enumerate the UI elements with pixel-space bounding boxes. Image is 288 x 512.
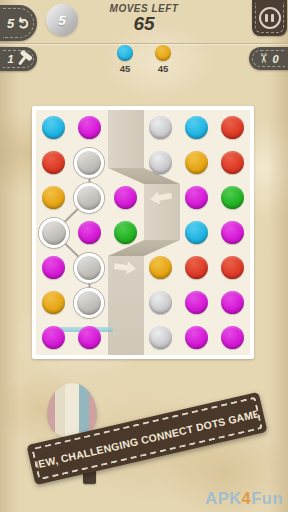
top-bar-divider (0, 43, 288, 44)
cell-r2c3 (107, 145, 143, 180)
cell-r7c6[interactable] (214, 320, 250, 355)
cell-r6c1[interactable] (36, 285, 72, 320)
orange-dot[interactable] (42, 291, 65, 314)
cell-r7c2[interactable] (72, 320, 108, 355)
goal-count-blue: 45 (109, 63, 141, 74)
red-dot[interactable] (42, 151, 65, 174)
anchor-dot[interactable] (74, 288, 104, 318)
silver-dot[interactable] (149, 291, 172, 314)
magenta-dot[interactable] (221, 291, 244, 314)
cell-r5c4[interactable] (143, 250, 179, 285)
watermark-fun: Fun (251, 489, 283, 507)
cell-r1c6[interactable] (214, 110, 250, 145)
scissors-button[interactable]: ✂ 0 (249, 47, 288, 70)
silver-dot[interactable] (149, 151, 172, 174)
moves-left-value: 65 (0, 13, 288, 35)
goal-count-orange: 45 (147, 63, 179, 74)
goal-dot-orange (155, 45, 171, 61)
green-dot[interactable] (221, 186, 244, 209)
cell-r4c2[interactable] (72, 215, 108, 250)
cell-r2c4[interactable] (143, 145, 179, 180)
orange-dot[interactable] (185, 151, 208, 174)
cell-r3c1[interactable] (36, 180, 72, 215)
cell-r6c5[interactable] (179, 285, 215, 320)
cell-r7c4[interactable] (143, 320, 179, 355)
cell-r7c3 (107, 320, 143, 355)
cell-r4c5[interactable] (179, 215, 215, 250)
anchor-dot[interactable] (74, 253, 104, 283)
cell-r6c2[interactable] (72, 285, 108, 320)
cell-r4c6[interactable] (214, 215, 250, 250)
cyan-dot[interactable] (185, 221, 208, 244)
hammer-icon (14, 49, 33, 68)
cell-r7c5[interactable] (179, 320, 215, 355)
cell-r2c1[interactable] (36, 145, 72, 180)
cyan-dot[interactable] (185, 116, 208, 139)
magenta-dot[interactable] (185, 291, 208, 314)
cell-r4c3[interactable] (107, 215, 143, 250)
pause-icon (259, 7, 281, 29)
cell-r2c6[interactable] (214, 145, 250, 180)
scissors-icon: ✂ (257, 53, 270, 64)
red-dot[interactable] (185, 256, 208, 279)
goal-dot-blue (117, 45, 133, 61)
silver-dot[interactable] (149, 326, 172, 349)
cell-r2c2[interactable] (72, 145, 108, 180)
cell-r3c6[interactable] (214, 180, 250, 215)
cell-r5c3 (107, 250, 143, 285)
magenta-dot[interactable] (185, 326, 208, 349)
watermark-four: 4 (242, 489, 252, 507)
hammer-button[interactable]: 1 (0, 47, 37, 71)
anchor-dot[interactable] (74, 183, 104, 213)
magenta-dot[interactable] (78, 326, 101, 349)
cell-r6c6[interactable] (214, 285, 250, 320)
hammer-count: 1 (7, 53, 13, 65)
watermark-apk: APK (205, 489, 241, 507)
magenta-dot[interactable] (114, 186, 137, 209)
magenta-dot[interactable] (221, 221, 244, 244)
magenta-dot[interactable] (42, 326, 65, 349)
orange-dot[interactable] (42, 186, 65, 209)
orange-dot[interactable] (149, 256, 172, 279)
green-dot[interactable] (114, 221, 137, 244)
cell-r3c5[interactable] (179, 180, 215, 215)
cell-r1c5[interactable] (179, 110, 215, 145)
red-dot[interactable] (221, 116, 244, 139)
cell-r1c3 (107, 110, 143, 145)
cyan-dot[interactable] (42, 116, 65, 139)
red-dot[interactable] (221, 151, 244, 174)
cell-r4c4 (143, 215, 179, 250)
cell-r5c1[interactable] (36, 250, 72, 285)
cell-r3c3[interactable] (107, 180, 143, 215)
red-dot[interactable] (221, 256, 244, 279)
cell-r1c4[interactable] (143, 110, 179, 145)
magenta-dot[interactable] (221, 326, 244, 349)
pause-button[interactable] (252, 0, 287, 36)
silver-dot[interactable] (149, 116, 172, 139)
cell-r1c2[interactable] (72, 110, 108, 145)
cell-r5c5[interactable] (179, 250, 215, 285)
magenta-dot[interactable] (78, 221, 101, 244)
game-screen: 5 ↺ 5 MOVES LEFT 65 1 ✂ 0 45 45 (0, 0, 288, 512)
scissors-count: 0 (272, 53, 278, 65)
cell-r6c4[interactable] (143, 285, 179, 320)
watermark: APK4Fun (205, 489, 283, 508)
magenta-dot[interactable] (78, 116, 101, 139)
magenta-dot[interactable] (42, 256, 65, 279)
cell-r2c5[interactable] (179, 145, 215, 180)
cell-r3c4 (143, 180, 179, 215)
cell-r3c2[interactable] (72, 180, 108, 215)
cell-r5c6[interactable] (214, 250, 250, 285)
cell-r7c1[interactable] (36, 320, 72, 355)
cell-r5c2[interactable] (72, 250, 108, 285)
dot-grid (36, 110, 250, 355)
magenta-dot[interactable] (185, 186, 208, 209)
anchor-dot[interactable] (39, 218, 69, 248)
cell-r6c3 (107, 285, 143, 320)
cell-r4c1[interactable] (36, 215, 72, 250)
anchor-dot[interactable] (74, 148, 104, 178)
cell-r1c1[interactable] (36, 110, 72, 145)
game-board (32, 106, 254, 359)
